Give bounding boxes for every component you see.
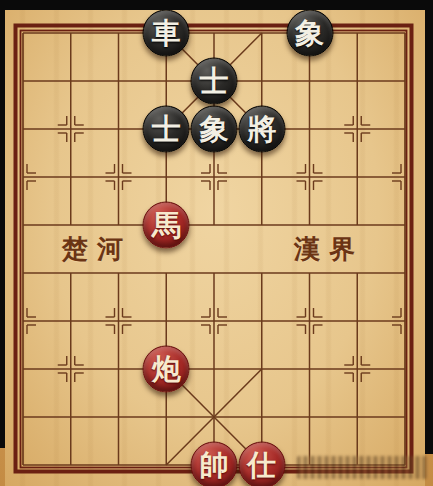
piece-black-general[interactable]: 將 [238, 106, 285, 153]
letterbox-left-bar [0, 10, 5, 448]
piece-red-advisor[interactable]: 仕 [238, 442, 285, 486]
piece-black-elephant-2[interactable]: 象 [191, 106, 238, 153]
river-label-han-jie: 漢界 [294, 232, 364, 267]
letterbox-right-bar [425, 10, 433, 454]
piece-red-cannon[interactable]: 炮 [143, 346, 190, 393]
watermark [297, 456, 428, 479]
piece-red-general[interactable]: 帥 [191, 442, 238, 486]
letterbox-top-bar [0, 0, 433, 10]
river-label-chu-he: 楚河 [62, 232, 132, 267]
piece-red-horse[interactable]: 馬 [143, 202, 190, 249]
piece-black-advisor-1[interactable]: 士 [191, 58, 238, 105]
piece-black-elephant-1[interactable]: 象 [286, 10, 333, 57]
piece-black-chariot[interactable]: 車 [143, 10, 190, 57]
board-stage: 楚河 漢界 車象士士象將馬炮帥仕 [0, 0, 433, 486]
piece-black-advisor-2[interactable]: 士 [143, 106, 190, 153]
